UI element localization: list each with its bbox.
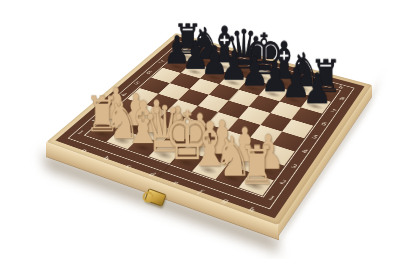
coordinate-band: abcdefgh abcdefgh 87654321 87654321 ♜♞♝♛… xyxy=(55,36,364,218)
square-h7: ♟ xyxy=(301,96,331,114)
chess-board: abcdefgh abcdefgh 87654321 87654321 ♜♞♝♛… xyxy=(46,33,372,225)
product-photo-scene: abcdefgh abcdefgh 87654321 87654321 ♜♞♝♛… xyxy=(0,0,420,259)
board-frame: abcdefgh abcdefgh 87654321 87654321 ♜♞♝♛… xyxy=(46,33,372,225)
square-h1: ♜ xyxy=(238,172,273,195)
